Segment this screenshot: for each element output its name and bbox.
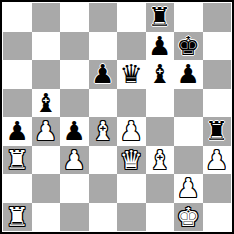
square-e2[interactable] [117, 174, 146, 203]
square-c5[interactable] [60, 89, 89, 118]
square-b3[interactable] [32, 146, 61, 175]
square-c7[interactable] [60, 32, 89, 61]
square-a5[interactable] [3, 89, 32, 118]
piece-black-rook: ♜ [205, 117, 228, 146]
piece-white-pawn: ♟ [120, 117, 143, 146]
square-h7[interactable] [203, 32, 232, 61]
square-d3[interactable] [89, 146, 118, 175]
square-c2[interactable] [60, 174, 89, 203]
square-g5[interactable] [174, 89, 203, 118]
square-g6[interactable]: ♟ [174, 60, 203, 89]
square-f4[interactable] [146, 117, 175, 146]
square-d6[interactable]: ♟ [89, 60, 118, 89]
square-b5[interactable]: ♝ [32, 89, 61, 118]
square-b1[interactable] [32, 203, 61, 232]
square-c1[interactable] [60, 203, 89, 232]
piece-black-king: ♚ [177, 32, 200, 61]
piece-black-pawn: ♟ [6, 117, 29, 146]
square-f1[interactable] [146, 203, 175, 232]
piece-white-queen: ♛ [120, 146, 143, 175]
square-e4[interactable]: ♟ [117, 117, 146, 146]
square-d4[interactable]: ♝ [89, 117, 118, 146]
square-d5[interactable] [89, 89, 118, 118]
square-a7[interactable] [3, 32, 32, 61]
piece-black-bishop: ♝ [34, 89, 57, 118]
piece-black-pawn: ♟ [63, 117, 86, 146]
square-g3[interactable] [174, 146, 203, 175]
square-g8[interactable] [174, 3, 203, 32]
square-f8[interactable]: ♜ [146, 3, 175, 32]
piece-white-rook: ♜ [6, 146, 29, 175]
piece-black-bishop: ♝ [148, 60, 171, 89]
piece-white-pawn: ♟ [177, 174, 200, 203]
square-h2[interactable] [203, 174, 232, 203]
piece-white-king: ♚ [177, 203, 200, 232]
square-f6[interactable]: ♝ [146, 60, 175, 89]
square-a8[interactable] [3, 3, 32, 32]
square-h3[interactable]: ♟ [203, 146, 232, 175]
square-d8[interactable] [89, 3, 118, 32]
square-e8[interactable] [117, 3, 146, 32]
diagram-frame: ♜♟♚♟♛♝♟♝♟♟♟♝♟♜♜♟♛♝♟♟♜♚ [0, 0, 234, 234]
piece-black-pawn: ♟ [177, 60, 200, 89]
piece-white-pawn: ♟ [63, 146, 86, 175]
square-c3[interactable]: ♟ [60, 146, 89, 175]
square-c6[interactable] [60, 60, 89, 89]
square-a1[interactable]: ♜ [3, 203, 32, 232]
square-h5[interactable] [203, 89, 232, 118]
square-b7[interactable] [32, 32, 61, 61]
square-a3[interactable]: ♜ [3, 146, 32, 175]
square-e5[interactable] [117, 89, 146, 118]
square-h8[interactable] [203, 3, 232, 32]
square-e6[interactable]: ♛ [117, 60, 146, 89]
square-b2[interactable] [32, 174, 61, 203]
square-c4[interactable]: ♟ [60, 117, 89, 146]
square-f3[interactable]: ♝ [146, 146, 175, 175]
square-h4[interactable]: ♜ [203, 117, 232, 146]
piece-black-queen: ♛ [120, 60, 143, 89]
square-f2[interactable] [146, 174, 175, 203]
square-e1[interactable] [117, 203, 146, 232]
piece-white-bishop: ♝ [148, 146, 171, 175]
piece-white-bishop: ♝ [91, 117, 114, 146]
square-h6[interactable] [203, 60, 232, 89]
square-d1[interactable] [89, 203, 118, 232]
square-g7[interactable]: ♚ [174, 32, 203, 61]
piece-white-pawn: ♟ [34, 117, 57, 146]
square-f7[interactable]: ♟ [146, 32, 175, 61]
square-g1[interactable]: ♚ [174, 203, 203, 232]
square-e3[interactable]: ♛ [117, 146, 146, 175]
square-a4[interactable]: ♟ [3, 117, 32, 146]
piece-white-pawn: ♟ [205, 146, 228, 175]
square-f5[interactable] [146, 89, 175, 118]
piece-black-pawn: ♟ [91, 60, 114, 89]
square-g2[interactable]: ♟ [174, 174, 203, 203]
square-e7[interactable] [117, 32, 146, 61]
piece-white-rook: ♜ [6, 203, 29, 232]
square-b4[interactable]: ♟ [32, 117, 61, 146]
square-h1[interactable] [203, 203, 232, 232]
square-d2[interactable] [89, 174, 118, 203]
square-a2[interactable] [3, 174, 32, 203]
square-c8[interactable] [60, 3, 89, 32]
piece-black-rook: ♜ [148, 3, 171, 32]
square-a6[interactable] [3, 60, 32, 89]
piece-black-pawn: ♟ [148, 32, 171, 61]
square-d7[interactable] [89, 32, 118, 61]
square-b8[interactable] [32, 3, 61, 32]
square-g4[interactable] [174, 117, 203, 146]
square-b6[interactable] [32, 60, 61, 89]
chess-board: ♜♟♚♟♛♝♟♝♟♟♟♝♟♜♜♟♛♝♟♟♜♚ [3, 3, 231, 231]
